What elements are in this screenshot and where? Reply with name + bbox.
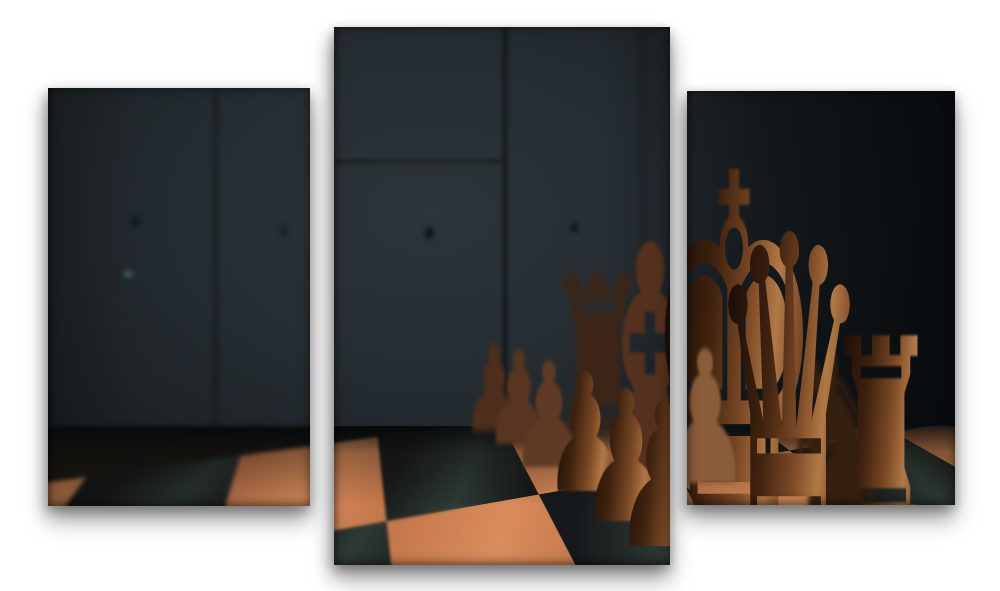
board-square bbox=[915, 514, 1000, 591]
chess-photo-scene: ♟♟♟♟♟♟♜♝♚♛♞♜♟ bbox=[0, 0, 1000, 591]
chess-pieces-layer: ♟♟♟♟♟♟♜♝♚♛♞♜♟ bbox=[0, 0, 1000, 591]
board-square bbox=[0, 552, 211, 591]
triptych-canvas-print: ♟♟♟♟♟♟♜♝♚♛♞♜♟ bbox=[0, 0, 1000, 591]
piece-pawn: ♟ bbox=[612, 377, 716, 577]
board-square bbox=[988, 426, 1000, 488]
board-square bbox=[603, 578, 957, 591]
board-square bbox=[771, 543, 1000, 591]
